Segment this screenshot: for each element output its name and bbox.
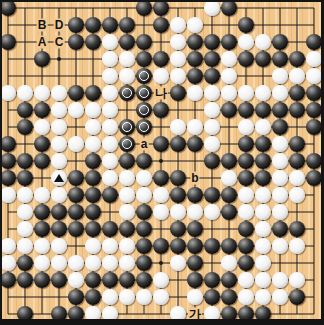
white-stone (255, 272, 271, 288)
black-stone (68, 17, 84, 33)
white-stone (68, 255, 84, 271)
white-stone (85, 255, 101, 271)
white-stone (255, 255, 271, 271)
black-stone (255, 170, 271, 186)
black-stone (136, 85, 152, 101)
white-stone (51, 85, 67, 101)
white-stone (255, 289, 271, 305)
white-stone (255, 187, 271, 203)
black-stone (153, 17, 169, 33)
white-stone (102, 289, 118, 305)
black-stone (68, 289, 84, 305)
black-stone (85, 170, 101, 186)
black-stone (289, 51, 305, 67)
black-stone (0, 34, 16, 50)
white-stone (272, 153, 288, 169)
black-stone (102, 187, 118, 203)
black-stone (102, 221, 118, 237)
white-stone (255, 34, 271, 50)
white-stone (102, 170, 118, 186)
white-stone (153, 204, 169, 220)
white-stone (102, 51, 118, 67)
white-stone (17, 85, 33, 101)
white-stone (272, 187, 288, 203)
white-stone (204, 102, 220, 118)
black-stone (85, 272, 101, 288)
black-stone (289, 221, 305, 237)
white-stone (187, 85, 203, 101)
circle-mark (139, 88, 149, 98)
black-stone (255, 153, 271, 169)
black-stone (17, 255, 33, 271)
white-stone (289, 187, 305, 203)
black-stone (170, 238, 186, 254)
black-stone (0, 272, 16, 288)
white-stone (85, 102, 101, 118)
black-stone (272, 221, 288, 237)
white-stone (238, 119, 254, 135)
white-stone (221, 51, 237, 67)
black-stone (238, 170, 254, 186)
white-stone (0, 255, 16, 271)
white-stone (51, 153, 67, 169)
black-stone (136, 119, 152, 135)
black-stone (102, 17, 118, 33)
black-stone (119, 221, 135, 237)
point-label: A (37, 36, 48, 49)
white-stone (34, 187, 50, 203)
board-edge-bottom (0, 319, 324, 325)
black-stone (85, 187, 101, 203)
white-stone (255, 238, 271, 254)
black-stone (68, 187, 84, 203)
black-stone (238, 153, 254, 169)
black-stone (119, 17, 135, 33)
white-stone (119, 204, 135, 220)
point-label: B (37, 19, 48, 32)
white-stone (51, 170, 67, 186)
black-stone (272, 119, 288, 135)
black-stone (119, 85, 135, 101)
black-stone (187, 238, 203, 254)
black-stone (136, 102, 152, 118)
white-stone (153, 68, 169, 84)
black-stone (221, 34, 237, 50)
black-stone (204, 51, 220, 67)
white-stone (68, 102, 84, 118)
black-stone (204, 34, 220, 50)
white-stone (204, 85, 220, 101)
black-stone (136, 272, 152, 288)
white-stone (102, 85, 118, 101)
white-stone (221, 85, 237, 101)
white-stone (204, 0, 220, 16)
black-stone (289, 102, 305, 118)
white-stone (153, 187, 169, 203)
black-stone (221, 272, 237, 288)
black-stone (306, 102, 322, 118)
black-stone (153, 51, 169, 67)
black-stone (136, 255, 152, 271)
white-stone (187, 17, 203, 33)
white-stone (34, 255, 50, 271)
triangle-mark (54, 174, 64, 182)
white-stone (119, 68, 135, 84)
black-stone (34, 221, 50, 237)
black-stone (238, 17, 254, 33)
black-stone (221, 102, 237, 118)
black-stone (17, 272, 33, 288)
black-stone (238, 136, 254, 152)
black-stone (221, 238, 237, 254)
black-stone (306, 170, 322, 186)
black-stone (170, 136, 186, 152)
black-stone (306, 34, 322, 50)
white-stone (17, 221, 33, 237)
white-stone (136, 170, 152, 186)
black-stone (34, 51, 50, 67)
black-stone (17, 170, 33, 186)
white-stone (255, 204, 271, 220)
black-stone (34, 102, 50, 118)
black-stone (221, 289, 237, 305)
white-stone (17, 187, 33, 203)
white-stone (85, 238, 101, 254)
white-stone (17, 204, 33, 220)
white-stone (170, 34, 186, 50)
white-stone (136, 289, 152, 305)
black-stone (238, 238, 254, 254)
black-stone (119, 34, 135, 50)
white-stone (85, 136, 101, 152)
black-stone (85, 221, 101, 237)
black-stone (68, 221, 84, 237)
white-stone (272, 238, 288, 254)
white-stone (170, 204, 186, 220)
white-stone (187, 119, 203, 135)
white-stone (119, 187, 135, 203)
black-stone (187, 187, 203, 203)
black-stone (289, 289, 305, 305)
black-stone (272, 34, 288, 50)
white-stone (255, 85, 271, 101)
black-stone (306, 119, 322, 135)
black-stone (136, 0, 152, 16)
black-stone (238, 51, 254, 67)
white-stone (255, 221, 271, 237)
white-stone (51, 119, 67, 135)
black-stone (85, 34, 101, 50)
black-stone (153, 136, 169, 152)
black-stone (136, 238, 152, 254)
black-stone (0, 153, 16, 169)
black-stone (119, 119, 135, 135)
white-stone (272, 85, 288, 101)
black-stone (204, 68, 220, 84)
white-stone (102, 238, 118, 254)
white-stone (238, 289, 254, 305)
white-stone (102, 34, 118, 50)
white-stone (204, 136, 220, 152)
white-stone (102, 119, 118, 135)
white-stone (272, 68, 288, 84)
white-stone (153, 289, 169, 305)
black-stone (238, 102, 254, 118)
black-stone (187, 34, 203, 50)
white-stone (221, 68, 237, 84)
black-stone (170, 221, 186, 237)
black-stone (187, 272, 203, 288)
white-stone (238, 187, 254, 203)
black-stone (136, 34, 152, 50)
black-stone (204, 187, 220, 203)
black-stone (170, 85, 186, 101)
board-edge-left (0, 0, 2, 325)
white-stone (102, 68, 118, 84)
circle-mark (139, 122, 149, 132)
black-stone (119, 153, 135, 169)
white-stone (119, 238, 135, 254)
black-stone (255, 136, 271, 152)
white-stone (85, 119, 101, 135)
white-stone (272, 136, 288, 152)
black-stone (34, 272, 50, 288)
white-stone (187, 204, 203, 220)
white-stone (51, 238, 67, 254)
white-stone (119, 170, 135, 186)
black-stone (153, 170, 169, 186)
black-stone (68, 85, 84, 101)
black-stone (0, 136, 16, 152)
black-stone (187, 68, 203, 84)
white-stone (272, 272, 288, 288)
white-stone (119, 51, 135, 67)
point-label: a (140, 138, 149, 151)
white-stone (289, 238, 305, 254)
black-stone (68, 34, 84, 50)
black-stone (51, 221, 67, 237)
black-stone (119, 272, 135, 288)
white-stone (289, 272, 305, 288)
black-stone (102, 272, 118, 288)
black-stone (51, 272, 67, 288)
black-stone (119, 136, 135, 152)
white-stone (272, 170, 288, 186)
white-stone (102, 153, 118, 169)
black-stone (306, 85, 322, 101)
black-stone (221, 187, 237, 203)
white-stone (238, 34, 254, 50)
black-stone (221, 0, 237, 16)
black-stone (136, 221, 152, 237)
black-stone (221, 204, 237, 220)
white-stone (221, 255, 237, 271)
black-stone (17, 102, 33, 118)
white-stone (289, 170, 305, 186)
black-stone (255, 51, 271, 67)
black-stone (0, 170, 16, 186)
white-stone (51, 136, 67, 152)
black-stone (272, 51, 288, 67)
white-stone (238, 85, 254, 101)
black-stone (17, 153, 33, 169)
black-stone (272, 102, 288, 118)
white-stone (306, 51, 322, 67)
black-stone (85, 17, 101, 33)
black-stone (85, 153, 101, 169)
white-stone (153, 272, 169, 288)
black-stone (170, 170, 186, 186)
black-stone (17, 119, 33, 135)
black-stone (289, 136, 305, 152)
white-stone (238, 204, 254, 220)
white-stone (68, 272, 84, 288)
circle-mark (139, 105, 149, 115)
white-stone (17, 238, 33, 254)
white-stone (255, 119, 271, 135)
black-stone (136, 51, 152, 67)
black-stone (204, 289, 220, 305)
white-stone (34, 238, 50, 254)
white-stone (272, 204, 288, 220)
black-stone (187, 136, 203, 152)
black-stone (255, 102, 271, 118)
white-stone (136, 187, 152, 203)
white-stone (51, 255, 67, 271)
white-stone (119, 255, 135, 271)
black-stone (238, 255, 254, 271)
white-stone (306, 68, 322, 84)
point-label: 나 (154, 87, 168, 100)
black-stone (289, 153, 305, 169)
black-stone (51, 204, 67, 220)
black-stone (85, 85, 101, 101)
black-stone (153, 238, 169, 254)
circle-mark (122, 122, 132, 132)
white-stone (68, 136, 84, 152)
white-stone (0, 85, 16, 101)
black-stone (187, 255, 203, 271)
white-stone (102, 255, 118, 271)
white-stone (34, 119, 50, 135)
black-stone (68, 204, 84, 220)
white-stone (238, 272, 254, 288)
white-stone (170, 68, 186, 84)
black-stone (136, 68, 152, 84)
circle-mark (122, 139, 132, 149)
white-stone (102, 136, 118, 152)
white-stone (102, 102, 118, 118)
black-stone (187, 51, 203, 67)
white-stone (170, 255, 186, 271)
white-stone (119, 289, 135, 305)
circle-mark (122, 88, 132, 98)
black-stone (204, 272, 220, 288)
board-edge-top (0, 0, 324, 2)
white-stone (0, 238, 16, 254)
black-stone (153, 102, 169, 118)
white-stone (34, 85, 50, 101)
black-stone (34, 136, 50, 152)
white-stone (170, 119, 186, 135)
go-board[interactable]: BDAC나ab가 (0, 0, 324, 325)
white-stone (187, 289, 203, 305)
black-stone (187, 221, 203, 237)
black-stone (289, 85, 305, 101)
black-stone (85, 204, 101, 220)
black-stone (34, 204, 50, 220)
white-stone (221, 170, 237, 186)
black-stone (306, 153, 322, 169)
white-stone (51, 187, 67, 203)
point-label: D (54, 19, 65, 32)
white-stone (272, 289, 288, 305)
black-stone (170, 187, 186, 203)
black-stone (136, 153, 152, 169)
white-stone (204, 119, 220, 135)
black-stone (153, 0, 169, 16)
white-stone (0, 187, 16, 203)
white-stone (170, 51, 186, 67)
white-stone (204, 204, 220, 220)
black-stone (0, 0, 16, 16)
black-stone (221, 153, 237, 169)
black-stone (68, 170, 84, 186)
point-label: C (54, 36, 65, 49)
white-stone (170, 17, 186, 33)
black-stone (136, 204, 152, 220)
black-stone (204, 238, 220, 254)
white-stone (289, 68, 305, 84)
black-stone (34, 153, 50, 169)
black-stone (204, 153, 220, 169)
circle-mark (139, 71, 149, 81)
point-label: b (190, 172, 199, 185)
black-stone (238, 221, 254, 237)
black-stone (85, 289, 101, 305)
white-stone (51, 102, 67, 118)
